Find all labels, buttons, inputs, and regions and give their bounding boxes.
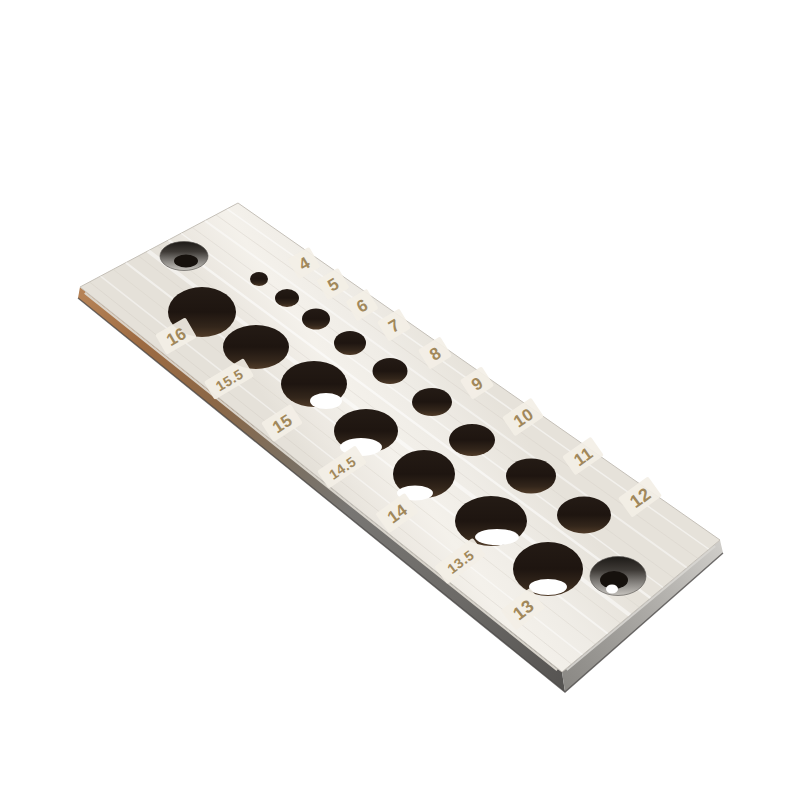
hole-15.5-bore [223,325,289,369]
hole-13.5 [455,496,527,546]
hole-11 [506,459,556,494]
hole-12 [557,497,611,534]
countersink-top-left-bore [174,255,198,268]
hole-15-through-light [310,393,342,409]
hole-10 [449,424,495,456]
countersink-bottom-right [590,557,646,596]
hole-9 [412,388,452,416]
hole-5 [275,289,299,307]
countersink-top-left [160,242,208,271]
hole-13 [513,542,583,596]
hole-15.5 [223,325,289,369]
product-photo-canvas: 4567891011121615.51514.51413.513 [0,0,800,800]
hole-7 [334,331,366,355]
hole-6 [302,309,330,330]
hole-13-through-light [529,579,567,595]
hole-4 [250,272,268,286]
product-photo: 4567891011121615.51514.51413.513 [0,0,800,800]
hole-13.5-through-light [475,529,519,545]
hole-8 [373,358,408,384]
countersink-bottom-right-through-light [606,585,618,594]
